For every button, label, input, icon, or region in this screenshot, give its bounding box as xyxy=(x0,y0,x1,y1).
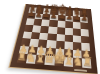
piece-black-pawn[interactable]: ♟ xyxy=(73,14,81,23)
piece-black-knight[interactable]: ♞ xyxy=(72,6,82,17)
square-g5[interactable] xyxy=(73,28,81,35)
piece-white-rook[interactable]: ♜ xyxy=(82,56,93,68)
piece-black-pawn[interactable]: ♟ xyxy=(27,10,35,19)
square-c6[interactable] xyxy=(41,20,50,27)
chess-board-grid: ♜♞♝♛♚♝♞♜♟♟♟♟♟♟♟♟♟♟♟♟♟♟♟♟♜♞♝♛♚♝♞♜ xyxy=(17,7,92,68)
square-g1[interactable]: ♞ xyxy=(73,58,82,68)
square-c8[interactable]: ♝ xyxy=(43,8,51,14)
square-b6[interactable] xyxy=(34,19,43,26)
square-f7[interactable]: ♟ xyxy=(65,15,73,21)
piece-black-queen[interactable]: ♛ xyxy=(49,2,60,15)
piece-black-pawn[interactable]: ♟ xyxy=(35,11,43,20)
piece-black-rook[interactable]: ♜ xyxy=(80,8,89,18)
square-d6[interactable] xyxy=(49,20,57,27)
brand-mark xyxy=(74,68,87,71)
piece-black-pawn[interactable]: ♟ xyxy=(80,14,88,23)
square-a8[interactable]: ♜ xyxy=(29,7,37,13)
square-g6[interactable] xyxy=(73,22,81,29)
square-c5[interactable] xyxy=(40,26,49,33)
square-e4[interactable] xyxy=(56,34,65,42)
square-d8[interactable]: ♛ xyxy=(51,9,59,15)
piece-black-knight[interactable]: ♞ xyxy=(35,3,45,14)
square-h6[interactable] xyxy=(80,23,88,30)
square-g7[interactable]: ♟ xyxy=(73,16,81,22)
piece-black-rook[interactable]: ♜ xyxy=(28,4,37,14)
square-e6[interactable] xyxy=(57,21,65,28)
square-b8[interactable]: ♞ xyxy=(36,8,44,14)
square-c7[interactable]: ♟ xyxy=(42,14,50,20)
square-f4[interactable] xyxy=(64,34,72,42)
square-d7[interactable]: ♟ xyxy=(50,14,58,20)
piece-black-pawn[interactable]: ♟ xyxy=(50,12,58,21)
square-b5[interactable] xyxy=(32,25,41,32)
piece-black-pawn[interactable]: ♟ xyxy=(58,12,66,21)
square-h5[interactable] xyxy=(81,29,89,36)
square-f6[interactable] xyxy=(65,21,73,28)
piece-black-king[interactable]: ♚ xyxy=(56,2,68,16)
square-d5[interactable] xyxy=(48,26,57,33)
piece-black-pawn[interactable]: ♟ xyxy=(65,13,73,22)
square-e7[interactable]: ♟ xyxy=(58,15,66,21)
board-tilt-wrapper: ♜♞♝♛♚♝♞♜♟♟♟♟♟♟♟♟♟♟♟♟♟♟♟♟♜♞♝♛♚♝♞♜ xyxy=(15,0,98,74)
square-f8[interactable]: ♝ xyxy=(65,10,72,16)
square-f5[interactable] xyxy=(65,28,73,35)
square-a6[interactable] xyxy=(26,18,35,25)
board-scene: ♜♞♝♛♚♝♞♜♟♟♟♟♟♟♟♟♟♟♟♟♟♟♟♟♜♞♝♛♚♝♞♜ xyxy=(18,0,94,74)
square-a5[interactable] xyxy=(24,25,33,32)
piece-black-bishop[interactable]: ♝ xyxy=(64,5,75,17)
square-h7[interactable]: ♟ xyxy=(80,17,88,24)
piece-black-pawn[interactable]: ♟ xyxy=(42,11,50,20)
chess-board-frame: ♜♞♝♛♚♝♞♜♟♟♟♟♟♟♟♟♟♟♟♟♟♟♟♟♜♞♝♛♚♝♞♜ xyxy=(8,4,97,74)
square-h1[interactable]: ♜ xyxy=(82,59,92,69)
square-e5[interactable] xyxy=(57,27,65,34)
chess-photo-canvas: ♜♞♝♛♚♝♞♜♟♟♟♟♟♟♟♟♟♟♟♟♟♟♟♟♜♞♝♛♚♝♞♜ xyxy=(0,0,100,74)
piece-black-bishop[interactable]: ♝ xyxy=(42,3,53,15)
square-a7[interactable]: ♟ xyxy=(27,13,36,19)
square-e8[interactable]: ♚ xyxy=(58,9,66,15)
square-h8[interactable]: ♜ xyxy=(80,11,88,17)
square-g8[interactable]: ♞ xyxy=(73,11,80,17)
square-b7[interactable]: ♟ xyxy=(35,13,43,19)
